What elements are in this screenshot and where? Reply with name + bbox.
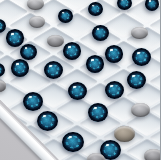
- crystal-face-up: [92, 25, 109, 41]
- crystal-face-up: [44, 61, 63, 79]
- crystal-face-up: [63, 42, 81, 59]
- crystal-face-down: [131, 27, 148, 40]
- crystal-face-down: [87, 153, 105, 160]
- crystal-face-up: [88, 103, 108, 122]
- crystal-face-up: [145, 0, 159, 11]
- crystal-face-up: [68, 82, 87, 100]
- crystal-face-up: [11, 59, 29, 76]
- crystal-face-down: [144, 149, 161, 160]
- crystal-face-up: [88, 2, 103, 16]
- photo-rhinestone-tray: [0, 0, 160, 160]
- crystal-face-down: [114, 126, 135, 142]
- crystal-face-up: [23, 92, 43, 111]
- crystal-face-up: [20, 44, 37, 60]
- crystal-face-down: [47, 35, 64, 48]
- crystal-face-up: [86, 55, 104, 72]
- crystal-face-up: [127, 71, 146, 89]
- crystal-face-up: [132, 48, 151, 66]
- crystal-face-up: [105, 81, 124, 99]
- crystal-face-up: [37, 111, 58, 131]
- crystal-face-up: [6, 29, 24, 46]
- crystal-face-down: [131, 103, 150, 117]
- crystal-face-up: [58, 9, 73, 23]
- crystal-face-down: [29, 16, 45, 28]
- crystal-face-up: [105, 45, 123, 62]
